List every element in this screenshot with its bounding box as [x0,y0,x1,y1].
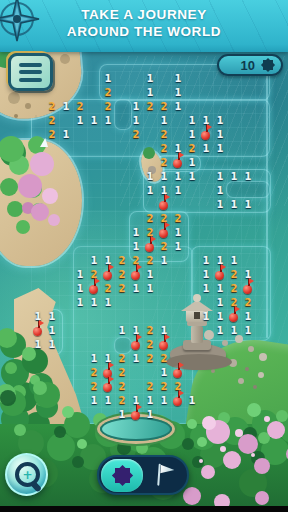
clue-1-r19c1: 1 [45,337,59,351]
flagged-mine-r4c12 [199,127,213,141]
clue-2-r19c8: 2 [143,337,157,351]
clue-1-r12c10: 1 [171,239,185,253]
clue-1-r7c10: 1 [171,169,185,183]
clue-1-r14c8: 1 [143,267,157,281]
clue-1-r13c9: 1 [157,253,171,267]
clue-2-r16c15: 2 [241,295,255,309]
flagged-mine-r15c15 [241,281,255,295]
clue-1-r4c13: 1 [213,127,227,141]
clue-1-r15c13: 1 [213,281,227,295]
clue-2-r2c8: 2 [143,99,157,113]
clue-1-r0c5: 1 [101,71,115,85]
clue-1-r8c8: 1 [143,183,157,197]
flagged-mine-r6c10 [171,155,185,169]
flagged-mine-r23c10 [171,393,185,407]
clue-1-r8c13: 1 [213,183,227,197]
clue-1-r3c7: 1 [129,113,143,127]
clue-1-r1c10: 1 [171,85,185,99]
clue-1-r17c1: 1 [45,309,59,323]
hamburger-icon [19,70,42,74]
clue-1-r11c7: 1 [129,225,143,239]
clue-2-r23c6: 2 [115,393,129,407]
flagged-mine-r14c13 [213,267,227,281]
beach-rocks [8,92,20,104]
flag-mode-button[interactable] [143,459,185,492]
flagged-mine-r22c5 [101,379,115,393]
clue-1-r17c12: 1 [199,309,213,323]
clue-1-r15c3: 1 [73,281,87,295]
clue-2-r12c9: 2 [157,239,171,253]
clue-1-r18c15: 1 [241,323,255,337]
clue-1-r2c10: 1 [171,99,185,113]
clue-1-r6c11: 1 [185,155,199,169]
clue-2-r10c8: 2 [143,211,157,225]
zoom-in-button[interactable]: + [5,453,48,496]
clue-2-r14c14: 2 [227,267,241,281]
clue-1-r2c7: 1 [129,99,143,113]
clue-1-r21c9: 1 [157,365,171,379]
clue-1-r18c1: 1 [45,323,59,337]
clue-1-r13c14: 1 [227,253,241,267]
clue-1-r5c12: 1 [199,141,213,155]
clue-1-r3c11: 1 [185,113,199,127]
clue-2-r14c6: 2 [115,267,129,281]
clue-2-r18c8: 2 [143,323,157,337]
clue-1-r18c13: 1 [213,323,227,337]
clue-1-r0c10: 1 [171,71,185,85]
clue-1-r7c14: 1 [227,169,241,183]
clue-1-r9c13: 1 [213,197,227,211]
clue-1-r7c13: 1 [213,169,227,183]
flagged-mine-r18c0 [31,323,45,337]
mode-toggle[interactable] [97,455,189,495]
clue-1-r13c12: 1 [199,253,213,267]
clue-1-r13c4: 1 [87,253,101,267]
mine-icon [260,58,275,73]
banner: TAKE A JOURNEY AROUND THE WORLD [0,0,288,52]
clue-2-r4c7: 2 [129,127,143,141]
clue-1-r3c9: 1 [157,113,171,127]
clue-1-r19c0: 1 [31,337,45,351]
clue-2-r21c6: 2 [115,365,129,379]
clue-2-r22c9: 2 [157,379,171,393]
clue-1-r12c7: 1 [129,239,143,253]
clue-1-r7c8: 1 [143,169,157,183]
flagged-mine-r14c5 [101,267,115,281]
clue-1-r5c13: 1 [213,141,227,155]
flagged-mine-r14c7 [129,267,143,281]
clue-1-r4c2: 1 [59,127,73,141]
clue-1-r23c11: 1 [185,393,199,407]
clue-1-r20c4: 1 [87,351,101,365]
clue-2-r22c6: 2 [115,379,129,393]
flagged-mine-r19c9 [157,337,171,351]
flagged-mine-r21c10 [171,365,185,379]
clue-1-r23c9: 1 [157,393,171,407]
flagged-mine-r12c8 [143,239,157,253]
clue-1-r20c7: 1 [129,351,143,365]
clue-2-r15c5: 2 [101,281,115,295]
flag-icon [153,462,175,487]
hamburger-icon [19,63,42,67]
clue-1-r16c5: 1 [101,295,115,309]
sea-mine-icon [111,464,133,486]
clue-2-r1c5: 2 [101,85,115,99]
clue-2-r15c6: 2 [115,281,129,295]
clue-2-r2c1: 2 [45,99,59,113]
flagged-mine-r9c9 [157,197,171,211]
clue-1-r16c3: 1 [73,295,87,309]
clue-1-r15c12: 1 [199,281,213,295]
clue-1-r9c14: 1 [227,197,241,211]
clue-1-r16c4: 1 [87,295,101,309]
clue-2-r20c8: 2 [143,351,157,365]
clue-2-r2c9: 2 [157,99,171,113]
flagged-mine-r11c9 [157,225,171,239]
clue-1-r3c5: 1 [101,113,115,127]
clue-1-r24c6: 1 [115,407,129,421]
clue-2-r13c6: 2 [115,253,129,267]
clue-1-r23c4: 1 [87,393,101,407]
clue-1-r14c3: 1 [73,267,87,281]
clue-1-r15c7: 1 [129,281,143,295]
board[interactable]: 1112112122122121111111121221121211211111… [31,71,269,421]
clue-1-r7c11: 1 [185,169,199,183]
flagged-mine-r17c14 [227,309,241,323]
magnifier-handle [30,480,42,492]
clue-1-r11c10: 1 [171,225,185,239]
clue-2-r2c3: 2 [73,99,87,113]
clue-1-r15c8: 1 [143,281,157,295]
clue-2-r20c9: 2 [157,351,171,365]
mine-mode-button[interactable] [101,459,143,492]
clue-2-r6c9: 2 [157,155,171,169]
forest-shadow-dots [0,390,16,406]
clue-1-r17c13: 1 [213,309,227,323]
mine-counter-badge: 10 [217,54,283,76]
clue-1-r1c8: 1 [143,85,157,99]
clue-1-r3c13: 1 [213,113,227,127]
clue-1-r24c8: 1 [143,407,157,421]
compass-icon [0,0,45,47]
clue-1-r23c8: 1 [143,393,157,407]
clue-1-r2c2: 1 [59,99,73,113]
flagged-mine-r15c4 [87,281,101,295]
mine-counter-value: 10 [241,58,255,73]
flagged-mine-r24c7 [129,407,143,421]
clue-2-r5c9: 2 [157,141,171,155]
clue-1-r3c4: 1 [87,113,101,127]
clue-1-r16c13: 1 [213,295,227,309]
clue-2-r15c14: 2 [227,281,241,295]
clue-1-r18c6: 1 [115,323,129,337]
clue-1-r8c10: 1 [171,183,185,197]
clue-1-r7c9: 1 [157,169,171,183]
clue-1-r14c12: 1 [199,267,213,281]
clue-1-r18c14: 1 [227,323,241,337]
device-bottom-bar [0,506,288,512]
clue-1-r7c15: 1 [241,169,255,183]
clue-2-r4c1: 2 [45,127,59,141]
clue-2-r2c5: 2 [101,99,115,113]
hamburger-icon [19,78,42,82]
clue-2-r5c11: 2 [185,141,199,155]
clue-2-r4c9: 2 [157,127,171,141]
clue-1-r17c15: 1 [241,309,255,323]
flagged-mine-r19c7 [129,337,143,351]
clue-2-r22c4: 2 [87,379,101,393]
clue-1-r0c8: 1 [143,71,157,85]
clue-2-r20c6: 2 [115,351,129,365]
clue-1-r23c5: 1 [101,393,115,407]
clue-2-r13c8: 2 [143,253,157,267]
menu-button[interactable] [8,53,53,91]
clue-1-r9c15: 1 [241,197,255,211]
clue-2-r22c8: 2 [143,379,157,393]
clue-2-r10c10: 2 [171,211,185,225]
clue-1-r4c11: 1 [185,127,199,141]
clue-2-r21c4: 2 [87,365,101,379]
app-screen: 1112112122122121111111121221121211211111… [0,0,288,512]
clue-1-r3c3: 1 [73,113,87,127]
clue-2-r3c1: 2 [45,113,59,127]
